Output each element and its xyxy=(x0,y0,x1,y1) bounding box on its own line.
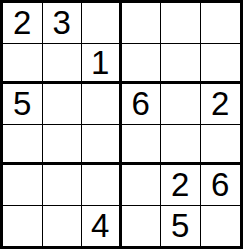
cell-r6c6[interactable] xyxy=(201,206,241,247)
cell-r5c2[interactable] xyxy=(43,165,83,206)
cell-r6c4[interactable] xyxy=(122,206,162,247)
cell-r1c5[interactable] xyxy=(161,3,201,44)
cell-r3c3[interactable] xyxy=(82,84,122,125)
cell-r4c5[interactable] xyxy=(161,125,201,166)
cell-r4c3[interactable] xyxy=(82,125,122,166)
cell-r3c2[interactable] xyxy=(43,84,83,125)
cell-r3c1[interactable]: 5 xyxy=(3,84,43,125)
cell-r2c6[interactable] xyxy=(201,44,241,85)
cell-r4c1[interactable] xyxy=(3,125,43,166)
cell-r3c4[interactable]: 6 xyxy=(122,84,162,125)
cell-r5c4[interactable] xyxy=(122,165,162,206)
cell-r6c5[interactable]: 5 xyxy=(161,206,201,247)
cell-r1c3[interactable] xyxy=(82,3,122,44)
cell-r5c3[interactable] xyxy=(82,165,122,206)
cell-r5c1[interactable] xyxy=(3,165,43,206)
cell-r1c4[interactable] xyxy=(122,3,162,44)
cell-r6c1[interactable] xyxy=(3,206,43,247)
cell-r3c5[interactable] xyxy=(161,84,201,125)
cell-r2c3[interactable]: 1 xyxy=(82,44,122,85)
cell-r3c6[interactable]: 2 xyxy=(201,84,241,125)
sudoku-board: 2 3 1 5 6 2 2 6 4 5 xyxy=(0,0,243,249)
cell-r4c6[interactable] xyxy=(201,125,241,166)
cell-r2c5[interactable] xyxy=(161,44,201,85)
cell-r1c2[interactable]: 3 xyxy=(43,3,83,44)
cell-r4c2[interactable] xyxy=(43,125,83,166)
cell-r2c4[interactable] xyxy=(122,44,162,85)
cell-r6c2[interactable] xyxy=(43,206,83,247)
cell-r2c1[interactable] xyxy=(3,44,43,85)
cell-r6c3[interactable]: 4 xyxy=(82,206,122,247)
cell-r2c2[interactable] xyxy=(43,44,83,85)
cell-r1c1[interactable]: 2 xyxy=(3,3,43,44)
cell-r1c6[interactable] xyxy=(201,3,241,44)
cell-r4c4[interactable] xyxy=(122,125,162,166)
cell-r5c6[interactable]: 6 xyxy=(201,165,241,206)
cell-r5c5[interactable]: 2 xyxy=(161,165,201,206)
